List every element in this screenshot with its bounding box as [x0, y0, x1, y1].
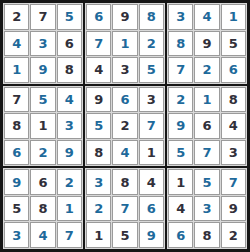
sudoku-cell-r2c2[interactable]: 3	[30, 31, 55, 57]
sudoku-cell-r2c1[interactable]: 4	[4, 31, 29, 57]
solved-digit: 9	[38, 63, 47, 76]
sudoku-cell-r3c3[interactable]: 8	[57, 57, 82, 83]
sudoku-cell-r9c1[interactable]: 3	[4, 222, 29, 248]
given-digit: 1	[176, 176, 185, 189]
solved-digit: 9	[176, 119, 185, 132]
solved-digit: 7	[120, 202, 129, 215]
sudoku-cell-r5c3[interactable]: 3	[57, 113, 82, 139]
sudoku-cell-r1c9[interactable]: 1	[221, 4, 246, 30]
sudoku-cell-r3c2[interactable]: 9	[30, 57, 55, 83]
solved-digit: 6	[94, 10, 103, 23]
sudoku-cell-r2c7[interactable]: 8	[168, 31, 193, 57]
sudoku-cell-r3c4[interactable]: 4	[86, 57, 111, 83]
sudoku-cell-r4c4[interactable]: 9	[86, 87, 111, 113]
sudoku-box-8: 157439682	[166, 167, 248, 250]
given-digit: 9	[229, 202, 238, 215]
sudoku-cell-r9c4[interactable]: 1	[86, 222, 111, 248]
sudoku-cell-r6c9[interactable]: 3	[221, 140, 246, 166]
given-digit: 2	[229, 229, 238, 242]
sudoku-cell-r3c1[interactable]: 1	[4, 57, 29, 83]
solved-digit: 3	[12, 229, 21, 242]
solved-digit: 7	[65, 229, 74, 242]
solved-digit: 2	[147, 37, 156, 50]
sudoku-cell-r5c8[interactable]: 6	[194, 113, 219, 139]
sudoku-cell-r6c7[interactable]: 5	[168, 140, 193, 166]
sudoku-cell-r5c9[interactable]: 4	[221, 113, 246, 139]
sudoku-cell-r1c6[interactable]: 8	[139, 4, 164, 30]
sudoku-cell-r7c2[interactable]: 6	[30, 169, 55, 195]
solved-digit: 5	[147, 63, 156, 76]
sudoku-cell-r9c5[interactable]: 5	[112, 222, 137, 248]
given-digit: 5	[229, 37, 238, 50]
sudoku-cell-r3c6[interactable]: 5	[139, 57, 164, 83]
given-digit: 1	[38, 119, 47, 132]
sudoku-box-2: 341895726	[166, 2, 248, 85]
sudoku-cell-r1c8[interactable]: 4	[194, 4, 219, 30]
solved-digit: 8	[176, 37, 185, 50]
sudoku-cell-r8c6[interactable]: 6	[139, 196, 164, 222]
given-digit: 9	[94, 93, 103, 106]
solved-digit: 1	[65, 202, 74, 215]
given-digit: 1	[147, 146, 156, 159]
sudoku-cell-r8c8[interactable]: 3	[194, 196, 219, 222]
sudoku-box-4: 963527841	[84, 85, 166, 168]
given-digit: 7	[12, 93, 21, 106]
sudoku-cell-r7c8[interactable]: 5	[194, 169, 219, 195]
sudoku-cell-r4c2[interactable]: 5	[30, 87, 55, 113]
sudoku-cell-r2c4[interactable]: 7	[86, 31, 111, 57]
sudoku-cell-r8c4[interactable]: 2	[86, 196, 111, 222]
given-digit: 4	[229, 119, 238, 132]
sudoku-cell-r8c5[interactable]: 7	[112, 196, 137, 222]
given-digit: 8	[65, 63, 74, 76]
solved-digit: 2	[176, 93, 185, 106]
given-digit: 6	[38, 176, 47, 189]
sudoku-cell-r4c8[interactable]: 1	[194, 87, 219, 113]
sudoku-cell-r2c8[interactable]: 9	[194, 31, 219, 57]
sudoku-box-5: 218964573	[166, 85, 248, 168]
solved-digit: 1	[120, 37, 129, 50]
given-digit: 7	[38, 10, 47, 23]
solved-digit: 3	[202, 202, 211, 215]
sudoku-cell-r4c1[interactable]: 7	[4, 87, 29, 113]
given-digit: 5	[120, 229, 129, 242]
solved-digit: 1	[12, 63, 21, 76]
given-digit: 2	[12, 10, 21, 23]
given-digit: 6	[65, 37, 74, 50]
solved-digit: 9	[12, 176, 21, 189]
sudoku-cell-r9c8[interactable]: 8	[194, 222, 219, 248]
solved-digit: 6	[229, 63, 238, 76]
sudoku-cell-r5c5[interactable]: 2	[112, 113, 137, 139]
sudoku-cell-r5c6[interactable]: 7	[139, 113, 164, 139]
sudoku-cell-r1c5[interactable]: 9	[112, 4, 137, 30]
solved-digit: 2	[202, 63, 211, 76]
sudoku-cell-r7c6[interactable]: 4	[139, 169, 164, 195]
solved-digit: 6	[12, 146, 21, 159]
given-digit: 4	[147, 176, 156, 189]
sudoku-cell-r3c7[interactable]: 7	[168, 57, 193, 83]
solved-digit: 5	[202, 176, 211, 189]
given-digit: 8	[12, 119, 21, 132]
sudoku-cell-r4c5[interactable]: 6	[112, 87, 137, 113]
solved-digit: 8	[147, 10, 156, 23]
solved-digit: 2	[94, 202, 103, 215]
sudoku-cell-r2c9[interactable]: 5	[221, 31, 246, 57]
sudoku-cell-r9c9[interactable]: 2	[221, 222, 246, 248]
given-digit: 8	[38, 202, 47, 215]
sudoku-cell-r8c2[interactable]: 8	[30, 196, 55, 222]
sudoku-cell-r5c1[interactable]: 8	[4, 113, 29, 139]
solved-digit: 4	[120, 146, 129, 159]
given-digit: 8	[202, 229, 211, 242]
given-digit: 3	[229, 146, 238, 159]
sudoku-cell-r2c3[interactable]: 6	[57, 31, 82, 57]
solved-digit: 7	[176, 63, 185, 76]
sudoku-cell-r6c2[interactable]: 2	[30, 140, 55, 166]
solved-digit: 4	[12, 37, 21, 50]
sudoku-cell-r8c3[interactable]: 1	[57, 196, 82, 222]
solved-digit: 4	[65, 93, 74, 106]
sudoku-cell-r5c2[interactable]: 1	[30, 113, 55, 139]
sudoku-cell-r6c8[interactable]: 7	[194, 140, 219, 166]
given-digit: 3	[147, 93, 156, 106]
sudoku-cell-r6c5[interactable]: 4	[112, 140, 137, 166]
sudoku-box-1: 698712435	[84, 2, 166, 85]
given-digit: 8	[229, 93, 238, 106]
sudoku-cell-r1c7[interactable]: 3	[168, 4, 193, 30]
solved-digit: 3	[176, 10, 185, 23]
solved-digit: 5	[176, 146, 185, 159]
sudoku-cell-r6c3[interactable]: 9	[57, 140, 82, 166]
given-digit: 4	[176, 202, 185, 215]
sudoku-cell-r1c4[interactable]: 6	[86, 4, 111, 30]
solved-digit: 3	[38, 37, 47, 50]
solved-digit: 7	[229, 176, 238, 189]
solved-digit: 7	[94, 37, 103, 50]
sudoku-cell-r7c4[interactable]: 3	[86, 169, 111, 195]
sudoku-cell-r3c9[interactable]: 6	[221, 57, 246, 83]
sudoku-cell-r8c9[interactable]: 9	[221, 196, 246, 222]
solved-digit: 5	[65, 10, 74, 23]
sudoku-cell-r4c6[interactable]: 3	[139, 87, 164, 113]
sudoku-cell-r9c2[interactable]: 4	[30, 222, 55, 248]
sudoku-cell-r7c5[interactable]: 8	[112, 169, 137, 195]
given-digit: 9	[202, 37, 211, 50]
solved-digit: 1	[229, 10, 238, 23]
sudoku-cell-r9c3[interactable]: 7	[57, 222, 82, 248]
sudoku-box-3: 754813629	[2, 85, 84, 168]
given-digit: 8	[120, 176, 129, 189]
sudoku-box-6: 962581347	[2, 167, 84, 250]
solved-digit: 9	[65, 146, 74, 159]
solved-digit: 4	[202, 10, 211, 23]
given-digit: 8	[94, 146, 103, 159]
given-digit: 9	[120, 10, 129, 23]
given-digit: 4	[94, 63, 103, 76]
solved-digit: 3	[94, 176, 103, 189]
sudoku-cell-r3c8[interactable]: 2	[194, 57, 219, 83]
solved-digit: 9	[147, 229, 156, 242]
solved-digit: 5	[94, 119, 103, 132]
sudoku-cell-r8c7[interactable]: 4	[168, 196, 193, 222]
sudoku-cell-r8c1[interactable]: 5	[4, 196, 29, 222]
solved-digit: 6	[120, 93, 129, 106]
sudoku-cell-r4c7[interactable]: 2	[168, 87, 193, 113]
sudoku-cell-r1c2[interactable]: 7	[30, 4, 55, 30]
solved-digit: 4	[38, 229, 47, 242]
sudoku-cell-r4c9[interactable]: 8	[221, 87, 246, 113]
sudoku-cell-r2c5[interactable]: 1	[112, 31, 137, 57]
sudoku-cell-r7c9[interactable]: 7	[221, 169, 246, 195]
sudoku-cell-r1c3[interactable]: 5	[57, 4, 82, 30]
given-digit: 3	[120, 63, 129, 76]
sudoku-cell-r9c6[interactable]: 9	[139, 222, 164, 248]
sudoku-cell-r4c3[interactable]: 4	[57, 87, 82, 113]
sudoku-cell-r5c4[interactable]: 5	[86, 113, 111, 139]
sudoku-cell-r6c4[interactable]: 8	[86, 140, 111, 166]
sudoku-cell-r5c7[interactable]: 9	[168, 113, 193, 139]
solved-digit: 7	[202, 146, 211, 159]
given-digit: 2	[120, 119, 129, 132]
sudoku-cell-r1c1[interactable]: 2	[4, 4, 29, 30]
solved-digit: 2	[38, 146, 47, 159]
solved-digit: 6	[176, 229, 185, 242]
solved-digit: 3	[65, 119, 74, 132]
given-digit: 5	[12, 202, 21, 215]
sudoku-cell-r2c6[interactable]: 2	[139, 31, 164, 57]
solved-digit: 6	[147, 202, 156, 215]
solved-digit: 5	[38, 93, 47, 106]
sudoku-cell-r6c1[interactable]: 6	[4, 140, 29, 166]
solved-digit: 1	[202, 93, 211, 106]
solved-digit: 2	[65, 176, 74, 189]
sudoku-cell-r9c7[interactable]: 6	[168, 222, 193, 248]
solved-digit: 7	[147, 119, 156, 132]
sudoku-cell-r7c1[interactable]: 9	[4, 169, 29, 195]
sudoku-cell-r7c3[interactable]: 2	[57, 169, 82, 195]
sudoku-cell-r7c7[interactable]: 1	[168, 169, 193, 195]
sudoku-cell-r6c6[interactable]: 1	[139, 140, 164, 166]
sudoku-box-0: 275436198	[2, 2, 84, 85]
sudoku-board: 2754361986987124353418957267548136299635…	[0, 0, 250, 252]
given-digit: 1	[94, 229, 103, 242]
sudoku-box-7: 384276159	[84, 167, 166, 250]
sudoku-cell-r3c5[interactable]: 3	[112, 57, 137, 83]
given-digit: 6	[202, 119, 211, 132]
